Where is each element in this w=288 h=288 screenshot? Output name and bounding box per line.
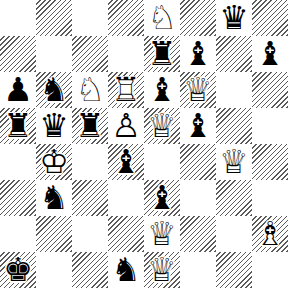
square-f1[interactable] <box>180 252 216 288</box>
piece-glyph: ♜ <box>0 108 36 144</box>
piece-glyph: ♘ <box>144 0 180 36</box>
white-queen-piece[interactable]: ♛♕ <box>144 252 180 288</box>
piece-glyph: ♝ <box>180 108 216 144</box>
black-knight-piece[interactable]: ♞♞ <box>108 252 144 288</box>
white-bishop-piece[interactable]: ♝♗ <box>252 216 288 252</box>
piece-glyph: ♜ <box>72 108 108 144</box>
square-g3[interactable] <box>216 180 252 216</box>
square-c2[interactable] <box>72 216 108 252</box>
white-pawn-piece[interactable]: ♟♙ <box>108 108 144 144</box>
square-f6[interactable]: ♛♕ <box>180 72 216 108</box>
square-e4[interactable] <box>144 144 180 180</box>
black-queen-piece[interactable]: ♛♛ <box>216 0 252 36</box>
square-f2[interactable] <box>180 216 216 252</box>
piece-glyph: ♕ <box>216 144 252 180</box>
square-d1[interactable]: ♞♞ <box>108 252 144 288</box>
square-e6[interactable]: ♝♝ <box>144 72 180 108</box>
square-b8[interactable] <box>36 0 72 36</box>
square-e7[interactable]: ♜♜ <box>144 36 180 72</box>
square-e8[interactable]: ♞♘ <box>144 0 180 36</box>
square-h4[interactable] <box>252 144 288 180</box>
square-e3[interactable]: ♝♝ <box>144 180 180 216</box>
black-rook-piece[interactable]: ♜♜ <box>0 108 36 144</box>
black-knight-piece[interactable]: ♞♞ <box>36 180 72 216</box>
square-a8[interactable] <box>0 0 36 36</box>
white-queen-piece[interactable]: ♛♕ <box>216 144 252 180</box>
square-g4[interactable]: ♛♕ <box>216 144 252 180</box>
square-g1[interactable] <box>216 252 252 288</box>
square-h3[interactable] <box>252 180 288 216</box>
square-h2[interactable]: ♝♗ <box>252 216 288 252</box>
piece-glyph: ♖ <box>108 72 144 108</box>
white-queen-piece[interactable]: ♛♕ <box>180 72 216 108</box>
black-bishop-piece[interactable]: ♝♝ <box>180 108 216 144</box>
piece-glyph: ♙ <box>108 108 144 144</box>
black-bishop-piece[interactable]: ♝♝ <box>144 180 180 216</box>
piece-glyph: ♝ <box>108 144 144 180</box>
square-a4[interactable] <box>0 144 36 180</box>
square-c1[interactable] <box>72 252 108 288</box>
square-a6[interactable]: ♟♟ <box>0 72 36 108</box>
square-f5[interactable]: ♝♝ <box>180 108 216 144</box>
black-king-piece[interactable]: ♚♚ <box>0 252 36 288</box>
square-f7[interactable]: ♝♝ <box>180 36 216 72</box>
square-g8[interactable]: ♛♛ <box>216 0 252 36</box>
square-d3[interactable] <box>108 180 144 216</box>
square-b6[interactable]: ♞♞ <box>36 72 72 108</box>
square-d8[interactable] <box>108 0 144 36</box>
square-c6[interactable]: ♞♘ <box>72 72 108 108</box>
square-b4[interactable]: ♚♔ <box>36 144 72 180</box>
white-queen-piece[interactable]: ♛♕ <box>144 108 180 144</box>
square-h6[interactable] <box>252 72 288 108</box>
black-pawn-piece[interactable]: ♟♟ <box>0 72 36 108</box>
square-h8[interactable] <box>252 0 288 36</box>
square-f8[interactable] <box>180 0 216 36</box>
black-bishop-piece[interactable]: ♝♝ <box>180 36 216 72</box>
square-b7[interactable] <box>36 36 72 72</box>
piece-glyph: ♞ <box>108 252 144 288</box>
piece-glyph: ♛ <box>216 0 252 36</box>
square-a5[interactable]: ♜♜ <box>0 108 36 144</box>
square-a3[interactable] <box>0 180 36 216</box>
piece-glyph: ♟ <box>0 72 36 108</box>
black-queen-piece[interactable]: ♛♛ <box>36 108 72 144</box>
piece-glyph: ♝ <box>144 180 180 216</box>
black-bishop-piece[interactable]: ♝♝ <box>144 72 180 108</box>
piece-glyph: ♘ <box>72 72 108 108</box>
square-g6[interactable] <box>216 72 252 108</box>
square-e1[interactable]: ♛♕ <box>144 252 180 288</box>
square-f4[interactable] <box>180 144 216 180</box>
square-d7[interactable] <box>108 36 144 72</box>
piece-glyph: ♝ <box>180 36 216 72</box>
white-king-piece[interactable]: ♚♔ <box>36 144 72 180</box>
piece-glyph: ♕ <box>144 252 180 288</box>
square-a7[interactable] <box>0 36 36 72</box>
white-knight-piece[interactable]: ♞♘ <box>72 72 108 108</box>
piece-glyph: ♜ <box>144 36 180 72</box>
square-c3[interactable] <box>72 180 108 216</box>
piece-glyph: ♝ <box>144 72 180 108</box>
square-h1[interactable] <box>252 252 288 288</box>
piece-glyph: ♞ <box>36 180 72 216</box>
square-c4[interactable] <box>72 144 108 180</box>
square-d4[interactable]: ♝♝ <box>108 144 144 180</box>
square-d5[interactable]: ♟♙ <box>108 108 144 144</box>
piece-glyph: ♔ <box>36 144 72 180</box>
square-c8[interactable] <box>72 0 108 36</box>
square-e5[interactable]: ♛♕ <box>144 108 180 144</box>
chess-board: ♞♘♛♛♜♜♝♝♝♝♟♟♞♞♞♘♜♖♝♝♛♕♜♜♛♛♜♜♟♙♛♕♝♝♚♔♝♝♛♕… <box>0 0 288 288</box>
square-a1[interactable]: ♚♚ <box>0 252 36 288</box>
piece-glyph: ♕ <box>144 216 180 252</box>
white-queen-piece[interactable]: ♛♕ <box>144 216 180 252</box>
square-a2[interactable] <box>0 216 36 252</box>
piece-glyph: ♗ <box>252 216 288 252</box>
square-b1[interactable] <box>36 252 72 288</box>
piece-glyph: ♞ <box>36 72 72 108</box>
black-knight-piece[interactable]: ♞♞ <box>36 72 72 108</box>
square-b2[interactable] <box>36 216 72 252</box>
square-h5[interactable] <box>252 108 288 144</box>
square-e2[interactable]: ♛♕ <box>144 216 180 252</box>
square-d6[interactable]: ♜♖ <box>108 72 144 108</box>
square-g7[interactable] <box>216 36 252 72</box>
square-g2[interactable] <box>216 216 252 252</box>
white-knight-piece[interactable]: ♞♘ <box>144 0 180 36</box>
piece-glyph: ♕ <box>180 72 216 108</box>
black-bishop-piece[interactable]: ♝♝ <box>252 36 288 72</box>
square-f3[interactable] <box>180 180 216 216</box>
square-h7[interactable]: ♝♝ <box>252 36 288 72</box>
piece-glyph: ♛ <box>36 108 72 144</box>
piece-glyph: ♕ <box>144 108 180 144</box>
square-d2[interactable] <box>108 216 144 252</box>
square-b5[interactable]: ♛♛ <box>36 108 72 144</box>
square-c5[interactable]: ♜♜ <box>72 108 108 144</box>
piece-glyph: ♚ <box>0 252 36 288</box>
square-c7[interactable] <box>72 36 108 72</box>
black-bishop-piece[interactable]: ♝♝ <box>108 144 144 180</box>
black-rook-piece[interactable]: ♜♜ <box>144 36 180 72</box>
square-b3[interactable]: ♞♞ <box>36 180 72 216</box>
white-rook-piece[interactable]: ♜♖ <box>108 72 144 108</box>
piece-glyph: ♝ <box>252 36 288 72</box>
black-rook-piece[interactable]: ♜♜ <box>72 108 108 144</box>
square-g5[interactable] <box>216 108 252 144</box>
